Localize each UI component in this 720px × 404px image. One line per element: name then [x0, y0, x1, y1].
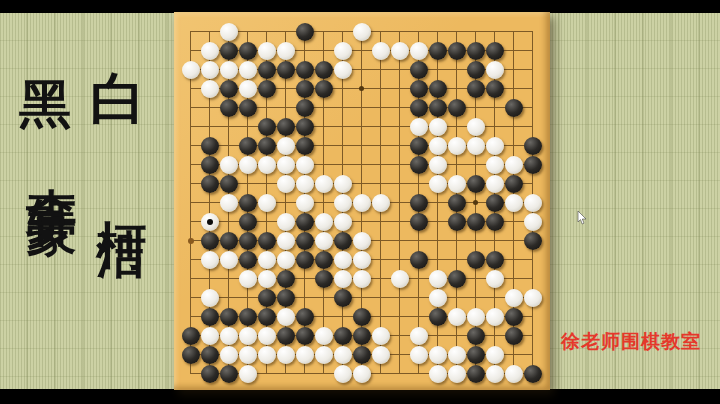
stone-white: [315, 232, 333, 250]
stone-black: [448, 270, 466, 288]
stone-white: [334, 365, 352, 383]
stone-white: [182, 61, 200, 79]
stone-black: [410, 194, 428, 212]
stone-black: [315, 251, 333, 269]
stone-white: [353, 232, 371, 250]
stone-black: [429, 42, 447, 60]
stone-black: [448, 42, 466, 60]
stone-black: [220, 365, 238, 383]
stone-white: [486, 175, 504, 193]
stone-black: [448, 194, 466, 212]
stone-black: [201, 308, 219, 326]
stone-white: [429, 365, 447, 383]
stone-white: [486, 346, 504, 364]
stone-black: [296, 80, 314, 98]
stone-black: [467, 61, 485, 79]
stone-white: [467, 308, 485, 326]
stone-black: [239, 194, 257, 212]
watermark-text: 徐老师围棋教室: [561, 329, 701, 355]
stone-white: [334, 194, 352, 212]
stone-white: [410, 118, 428, 136]
stone-white: [220, 23, 238, 41]
stone-black: [239, 213, 257, 231]
stone-black: [277, 289, 295, 307]
black-side-label: 黑: [19, 70, 71, 140]
black-player-name: 李轩豪: [19, 148, 86, 175]
stone-white: [258, 270, 276, 288]
stone-white: [429, 346, 447, 364]
stone-black: [296, 137, 314, 155]
stone-black: [410, 137, 428, 155]
stone-black: [467, 213, 485, 231]
stone-white: [486, 156, 504, 174]
stone-black: [505, 308, 523, 326]
go-board-grid: [190, 31, 533, 374]
stone-white: [372, 346, 390, 364]
stone-black: [315, 61, 333, 79]
stone-white: [486, 308, 504, 326]
stone-black: [201, 137, 219, 155]
stone-black: [505, 327, 523, 345]
stone-white: [258, 194, 276, 212]
stone-white: [429, 156, 447, 174]
stone-white: [334, 346, 352, 364]
stone-black: [486, 80, 504, 98]
stone-black: [220, 99, 238, 117]
stone-black: [201, 365, 219, 383]
stone-black: [296, 251, 314, 269]
stone-white: [524, 194, 542, 212]
stone-black: [296, 23, 314, 41]
stone-black: [505, 175, 523, 193]
stone-white: [486, 365, 504, 383]
stone-white: [334, 61, 352, 79]
stone-black: [258, 289, 276, 307]
stone-white: [258, 327, 276, 345]
stone-black: [239, 99, 257, 117]
stone-white: [220, 194, 238, 212]
stone-white: [201, 61, 219, 79]
stone-black: [467, 346, 485, 364]
stone-white: [296, 194, 314, 212]
stone-white: [524, 213, 542, 231]
stone-black: [296, 61, 314, 79]
stone-white: [353, 194, 371, 212]
stone-black: [220, 80, 238, 98]
white-player-name: 柯洁: [89, 180, 156, 198]
stone-white: [448, 137, 466, 155]
stone-black: [410, 213, 428, 231]
stone-white: [258, 42, 276, 60]
stone-white: [315, 346, 333, 364]
stone-white: [410, 346, 428, 364]
stone-black: [258, 61, 276, 79]
stone-white: [201, 289, 219, 307]
star-point: [359, 86, 364, 91]
stone-black: [467, 327, 485, 345]
stone-black: [296, 118, 314, 136]
stone-white: [315, 175, 333, 193]
stone-black: [410, 80, 428, 98]
stone-white: [296, 175, 314, 193]
stone-black: [429, 99, 447, 117]
stone-white: [201, 42, 219, 60]
stone-black: [524, 365, 542, 383]
stone-white: [429, 137, 447, 155]
stone-white: [277, 156, 295, 174]
stone-black: [524, 156, 542, 174]
stone-black: [353, 308, 371, 326]
stone-white: [239, 346, 257, 364]
edge-marker-dot: [188, 238, 194, 244]
stone-white: [505, 365, 523, 383]
letterbox-bottom: [0, 389, 720, 404]
stone-black: [201, 175, 219, 193]
stone-white: [201, 251, 219, 269]
stone-black: [315, 80, 333, 98]
stone-white: [391, 42, 409, 60]
stone-black: [220, 232, 238, 250]
stone-white: [334, 251, 352, 269]
stone-white: [486, 270, 504, 288]
stone-white: [448, 346, 466, 364]
last-move-marker: [207, 219, 213, 225]
stone-black: [429, 80, 447, 98]
stone-black: [239, 251, 257, 269]
stone-white: [239, 270, 257, 288]
stone-black: [486, 213, 504, 231]
stone-black: [410, 156, 428, 174]
stone-black: [277, 118, 295, 136]
stone-white: [334, 175, 352, 193]
stone-white: [201, 80, 219, 98]
stone-black: [277, 61, 295, 79]
stone-white: [277, 175, 295, 193]
stone-white: [220, 61, 238, 79]
stone-white: [410, 327, 428, 345]
stone-black: [258, 80, 276, 98]
stone-black: [182, 346, 200, 364]
stone-white: [315, 327, 333, 345]
stone-white: [429, 289, 447, 307]
stone-black: [258, 232, 276, 250]
stone-black: [505, 99, 523, 117]
stone-white: [524, 289, 542, 307]
stone-black: [258, 118, 276, 136]
stone-white: [505, 194, 523, 212]
stone-black: [429, 308, 447, 326]
stone-black: [277, 270, 295, 288]
stone-white: [505, 156, 523, 174]
stone-white: [391, 270, 409, 288]
stone-black: [239, 137, 257, 155]
stone-black: [258, 308, 276, 326]
stone-white: [467, 137, 485, 155]
stone-white: [486, 137, 504, 155]
stone-black: [524, 137, 542, 155]
stone-white: [220, 251, 238, 269]
stone-black: [410, 251, 428, 269]
stone-black: [201, 232, 219, 250]
stone-white: [220, 346, 238, 364]
stone-black: [467, 175, 485, 193]
stone-black: [296, 308, 314, 326]
stone-white: [448, 365, 466, 383]
stone-white: [448, 175, 466, 193]
stone-white: [467, 118, 485, 136]
stone-white: [258, 251, 276, 269]
stone-white: [296, 156, 314, 174]
stone-black: [467, 251, 485, 269]
stone-white: [448, 308, 466, 326]
stone-black: [334, 232, 352, 250]
stone-white: [429, 175, 447, 193]
stone-black: [239, 42, 257, 60]
stone-white: [410, 42, 428, 60]
go-board: [174, 12, 550, 390]
stone-black: [201, 346, 219, 364]
stone-black: [258, 137, 276, 155]
stone-white: [296, 346, 314, 364]
stone-black: [448, 213, 466, 231]
stone-black: [410, 61, 428, 79]
stone-black: [486, 42, 504, 60]
stone-white: [334, 213, 352, 231]
stone-black: [353, 346, 371, 364]
stone-black: [467, 42, 485, 60]
stone-white: [315, 213, 333, 231]
stone-white: [220, 156, 238, 174]
stone-white: [277, 42, 295, 60]
stone-white: [258, 346, 276, 364]
stone-white: [277, 137, 295, 155]
stone-black: [201, 156, 219, 174]
stone-black: [296, 99, 314, 117]
stone-black: [220, 42, 238, 60]
stone-black: [410, 99, 428, 117]
stone-white: [353, 365, 371, 383]
stone-black: [277, 327, 295, 345]
stone-white: [277, 308, 295, 326]
stone-black: [334, 289, 352, 307]
stone-white: [429, 118, 447, 136]
star-point: [473, 200, 478, 205]
stone-white: [239, 365, 257, 383]
stone-black: [315, 270, 333, 288]
stone-white: [372, 327, 390, 345]
stone-white: [372, 194, 390, 212]
stone-black: [486, 194, 504, 212]
stone-black: [334, 327, 352, 345]
stone-white: [353, 251, 371, 269]
stone-black: [239, 232, 257, 250]
stone-black: [353, 327, 371, 345]
stone-white: [353, 23, 371, 41]
stone-black: [296, 232, 314, 250]
stone-black: [239, 308, 257, 326]
stone-white: [239, 80, 257, 98]
stone-white: [201, 327, 219, 345]
stone-white: [429, 270, 447, 288]
stone-white: [277, 251, 295, 269]
stone-white: [220, 327, 238, 345]
stone-black: [220, 175, 238, 193]
stone-white: [334, 270, 352, 288]
stone-white: [239, 156, 257, 174]
mouse-cursor-icon: [577, 211, 587, 225]
stone-white: [258, 156, 276, 174]
stone-white: [277, 232, 295, 250]
stone-white: [353, 270, 371, 288]
stone-black: [467, 365, 485, 383]
stone-black: [296, 213, 314, 231]
stone-white: [505, 289, 523, 307]
stone-black: [524, 232, 542, 250]
stone-white: [277, 346, 295, 364]
stone-white: [239, 61, 257, 79]
stone-black: [467, 80, 485, 98]
stone-white: [334, 42, 352, 60]
stone-white: [372, 42, 390, 60]
stone-black: [220, 308, 238, 326]
stone-black: [182, 327, 200, 345]
stone-black: [486, 251, 504, 269]
stone-white: [486, 61, 504, 79]
white-side-label: 白: [90, 62, 146, 138]
stone-black: [296, 327, 314, 345]
stone-black: [448, 99, 466, 117]
stone-white: [239, 327, 257, 345]
stone-white: [277, 213, 295, 231]
